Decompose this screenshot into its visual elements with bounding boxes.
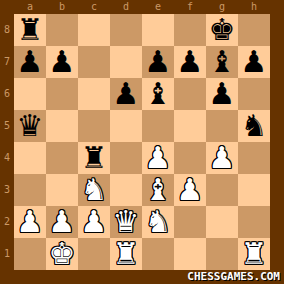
square-e7[interactable]: ♟ — [142, 46, 174, 78]
square-g2[interactable] — [206, 206, 238, 238]
piece-black-pawn: ♟ — [241, 46, 268, 78]
rank-label-5: 5 — [0, 110, 14, 142]
piece-black-king: ♚ — [209, 14, 236, 46]
piece-white-pawn: ♟ — [145, 142, 172, 174]
square-d8[interactable] — [110, 14, 142, 46]
square-b2[interactable]: ♟ — [46, 206, 78, 238]
file-label-f: f — [174, 0, 206, 14]
rank-label-2: 2 — [0, 206, 14, 238]
file-label-b: b — [46, 0, 78, 14]
piece-black-pawn: ♟ — [177, 46, 204, 78]
piece-white-queen: ♛ — [113, 206, 140, 238]
square-g6[interactable]: ♟ — [206, 78, 238, 110]
square-h3[interactable] — [238, 174, 270, 206]
square-a1[interactable] — [14, 238, 46, 270]
square-g3[interactable] — [206, 174, 238, 206]
square-b7[interactable]: ♟ — [46, 46, 78, 78]
rank-label-3: 3 — [0, 174, 14, 206]
rank-label-7: 7 — [0, 46, 14, 78]
rank-labels: 87654321 — [0, 14, 14, 270]
piece-white-pawn: ♟ — [81, 206, 108, 238]
square-c1[interactable] — [78, 238, 110, 270]
square-d1[interactable]: ♜ — [110, 238, 142, 270]
chess-diagram: abcdefgh 87654321 ♜♚♟♟♟♟♝♟♟♝♟♛♞♜♟♟♞♝♟♟♟♟… — [0, 0, 284, 284]
square-d5[interactable] — [110, 110, 142, 142]
square-d3[interactable] — [110, 174, 142, 206]
chessgames-watermark: CHESSGAMES.COM — [187, 270, 280, 283]
square-d4[interactable] — [110, 142, 142, 174]
square-a3[interactable] — [14, 174, 46, 206]
square-e6[interactable]: ♝ — [142, 78, 174, 110]
square-e2[interactable]: ♞ — [142, 206, 174, 238]
square-g7[interactable]: ♝ — [206, 46, 238, 78]
square-h2[interactable] — [238, 206, 270, 238]
piece-white-pawn: ♟ — [177, 174, 204, 206]
square-c3[interactable]: ♞ — [78, 174, 110, 206]
rank-label-4: 4 — [0, 142, 14, 174]
piece-black-rook: ♜ — [81, 142, 108, 174]
square-h6[interactable] — [238, 78, 270, 110]
piece-white-knight: ♞ — [81, 174, 108, 206]
square-e5[interactable] — [142, 110, 174, 142]
file-label-d: d — [110, 0, 142, 14]
square-g8[interactable]: ♚ — [206, 14, 238, 46]
square-c2[interactable]: ♟ — [78, 206, 110, 238]
square-c5[interactable] — [78, 110, 110, 142]
square-a7[interactable]: ♟ — [14, 46, 46, 78]
piece-black-queen: ♛ — [17, 110, 44, 142]
square-a2[interactable]: ♟ — [14, 206, 46, 238]
file-label-g: g — [206, 0, 238, 14]
square-b4[interactable] — [46, 142, 78, 174]
square-a8[interactable]: ♜ — [14, 14, 46, 46]
piece-white-king: ♚ — [49, 238, 76, 270]
square-f6[interactable] — [174, 78, 206, 110]
square-b8[interactable] — [46, 14, 78, 46]
square-a4[interactable] — [14, 142, 46, 174]
square-e3[interactable]: ♝ — [142, 174, 174, 206]
piece-white-pawn: ♟ — [17, 206, 44, 238]
rank-label-1: 1 — [0, 238, 14, 270]
piece-black-pawn: ♟ — [145, 46, 172, 78]
square-e1[interactable] — [142, 238, 174, 270]
square-d7[interactable] — [110, 46, 142, 78]
file-label-h: h — [238, 0, 270, 14]
square-b6[interactable] — [46, 78, 78, 110]
square-b3[interactable] — [46, 174, 78, 206]
piece-black-bishop: ♝ — [145, 78, 172, 110]
square-g1[interactable] — [206, 238, 238, 270]
square-h1[interactable]: ♜ — [238, 238, 270, 270]
square-c8[interactable] — [78, 14, 110, 46]
piece-white-bishop: ♝ — [145, 174, 172, 206]
piece-black-pawn: ♟ — [17, 46, 44, 78]
square-h7[interactable]: ♟ — [238, 46, 270, 78]
piece-black-pawn: ♟ — [113, 78, 140, 110]
rank-label-8: 8 — [0, 14, 14, 46]
rank-label-6: 6 — [0, 78, 14, 110]
piece-white-pawn: ♟ — [49, 206, 76, 238]
square-f8[interactable] — [174, 14, 206, 46]
piece-white-knight: ♞ — [145, 206, 172, 238]
square-f4[interactable] — [174, 142, 206, 174]
square-a5[interactable]: ♛ — [14, 110, 46, 142]
piece-black-knight: ♞ — [241, 110, 268, 142]
piece-white-rook: ♜ — [241, 238, 268, 270]
square-c7[interactable] — [78, 46, 110, 78]
chess-board: ♜♚♟♟♟♟♝♟♟♝♟♛♞♜♟♟♞♝♟♟♟♟♛♞♚♜♜ — [14, 14, 270, 270]
square-f5[interactable] — [174, 110, 206, 142]
square-c4[interactable]: ♜ — [78, 142, 110, 174]
piece-white-pawn: ♟ — [209, 142, 236, 174]
square-b5[interactable] — [46, 110, 78, 142]
square-g4[interactable]: ♟ — [206, 142, 238, 174]
square-f7[interactable]: ♟ — [174, 46, 206, 78]
square-f2[interactable] — [174, 206, 206, 238]
square-e8[interactable] — [142, 14, 174, 46]
square-g5[interactable] — [206, 110, 238, 142]
square-b1[interactable]: ♚ — [46, 238, 78, 270]
piece-white-rook: ♜ — [113, 238, 140, 270]
square-f1[interactable] — [174, 238, 206, 270]
square-d2[interactable]: ♛ — [110, 206, 142, 238]
file-labels: abcdefgh — [14, 0, 270, 14]
square-f3[interactable]: ♟ — [174, 174, 206, 206]
square-d6[interactable]: ♟ — [110, 78, 142, 110]
piece-black-bishop: ♝ — [209, 46, 236, 78]
piece-black-pawn: ♟ — [209, 78, 236, 110]
file-label-e: e — [142, 0, 174, 14]
file-label-c: c — [78, 0, 110, 14]
square-h5[interactable]: ♞ — [238, 110, 270, 142]
square-h4[interactable] — [238, 142, 270, 174]
square-e4[interactable]: ♟ — [142, 142, 174, 174]
square-a6[interactable] — [14, 78, 46, 110]
piece-black-pawn: ♟ — [49, 46, 76, 78]
square-c6[interactable] — [78, 78, 110, 110]
piece-black-rook: ♜ — [17, 14, 44, 46]
file-label-a: a — [14, 0, 46, 14]
square-h8[interactable] — [238, 14, 270, 46]
